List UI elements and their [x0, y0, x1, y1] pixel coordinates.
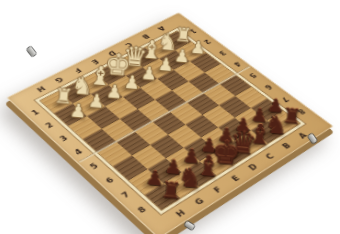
board-grid: ♜♞♝♚♛♝♞♜♟♟♟♟♟♟♟♟♟♟♟♟♟♟♟♟♜♞♝♚♛♝♞♜ — [40, 31, 299, 209]
inlay-border: ♜♞♝♚♛♝♞♜♟♟♟♟♟♟♟♟♟♟♟♟♟♟♟♟♜♞♝♚♛♝♞♜ — [35, 28, 305, 214]
photo-backdrop: HGFEDCBA HGFEDCBA 12345678 12345678 ♜♞♝♚… — [0, 0, 340, 234]
piece-black-rook[interactable]: ♜ — [151, 178, 191, 204]
chessboard: HGFEDCBA HGFEDCBA 12345678 12345678 ♜♞♝♚… — [7, 12, 334, 234]
piece-white-pawn[interactable]: ♟ — [59, 100, 96, 121]
latch-icon — [27, 46, 36, 56]
board-frame: HGFEDCBA HGFEDCBA 12345678 12345678 ♜♞♝♚… — [7, 12, 334, 234]
